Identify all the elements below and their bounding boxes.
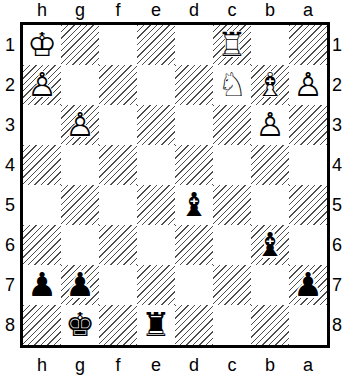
square-b1 [251,25,289,65]
square-h6 [23,225,61,265]
square-e8: ♜ [137,305,175,345]
square-f3 [99,105,137,145]
square-c1: ♜♖ [213,25,251,65]
file-label-c: c [213,1,251,22]
square-e3 [137,105,175,145]
file-label-f: f [99,1,137,22]
square-a1 [289,25,327,65]
square-e7 [137,265,175,305]
square-a6 [289,225,327,265]
square-c4 [213,145,251,185]
square-e2 [137,65,175,105]
file-label-h: h [23,1,61,22]
square-a5 [289,185,327,225]
file-label-h: h [23,356,61,374]
file-label-e: e [137,356,175,374]
square-b3: ♟♙ [251,105,289,145]
rank-label-6: 6 [330,225,344,265]
square-d5: ♝ [175,185,213,225]
square-a7: ♟ [289,265,327,305]
rank-label-5: 5 [330,185,344,225]
file-labels-bottom: hgfedcba [20,348,330,379]
square-c2: ♞♘ [213,65,251,105]
black-pawn-icon: ♟ [23,265,61,305]
square-h2: ♟♙ [23,65,61,105]
square-h7: ♟ [23,265,61,305]
square-e1 [137,25,175,65]
square-c7 [213,265,251,305]
file-labels-top: hgfedcba [20,0,330,22]
square-f2 [99,65,137,105]
square-b4 [251,145,289,185]
square-f1 [99,25,137,65]
square-g3: ♟♙ [61,105,99,145]
square-b8 [251,305,289,345]
rank-labels-left: 12345678 [0,22,20,348]
rank-labels-right: 12345678 [330,22,344,348]
square-c6 [213,225,251,265]
square-d3 [175,105,213,145]
white-king-icon: ♚♔ [23,25,61,65]
file-label-g: g [61,356,99,374]
square-b7 [251,265,289,305]
square-g2 [61,65,99,105]
square-a8 [289,305,327,345]
square-g8: ♚ [61,305,99,345]
white-pawn-icon: ♟♙ [23,65,61,105]
rank-label-3: 3 [330,105,344,145]
file-label-d: d [175,1,213,22]
square-c8 [213,305,251,345]
rank-label-7: 7 [330,265,344,305]
square-g7: ♟ [61,265,99,305]
square-e5 [137,185,175,225]
file-label-a: a [289,356,327,374]
white-bishop-icon: ♝♗ [251,65,289,105]
rank-label-2: 2 [330,65,344,105]
square-c5 [213,185,251,225]
square-g1 [61,25,99,65]
square-e4 [137,145,175,185]
square-a3 [289,105,327,145]
black-pawn-icon: ♟ [61,265,99,305]
rank-label-1: 1 [330,25,344,65]
square-d6 [175,225,213,265]
square-a2: ♟♙ [289,65,327,105]
rank-label-6: 6 [0,225,20,265]
black-bishop-icon: ♝ [251,225,289,265]
square-g5 [61,185,99,225]
square-c3 [213,105,251,145]
square-h1: ♚♔ [23,25,61,65]
file-label-b: b [251,356,289,374]
square-d7 [175,265,213,305]
rank-label-2: 2 [0,65,20,105]
square-b5 [251,185,289,225]
white-knight-icon: ♞♘ [213,65,251,105]
square-f7 [99,265,137,305]
black-pawn-icon: ♟ [289,265,327,305]
square-h8 [23,305,61,345]
white-pawn-icon: ♟♙ [289,65,327,105]
square-h5 [23,185,61,225]
square-b6: ♝ [251,225,289,265]
board: ♚♔♜♖♟♙♞♘♝♗♟♙♟♙♟♙♝♝♟♟♟♚♜ [20,22,330,348]
rank-label-3: 3 [0,105,20,145]
square-d4 [175,145,213,185]
black-king-icon: ♚ [61,305,99,345]
file-label-c: c [213,356,251,374]
file-label-b: b [251,1,289,22]
chess-diagram: hgfedcba 12345678 ♚♔♜♖♟♙♞♘♝♗♟♙♟♙♟♙♝♝♟♟♟♚… [0,0,344,379]
square-d1 [175,25,213,65]
rank-label-5: 5 [0,185,20,225]
black-rook-icon: ♜ [137,305,175,345]
square-d8 [175,305,213,345]
square-a4 [289,145,327,185]
file-label-g: g [61,1,99,22]
file-label-f: f [99,356,137,374]
square-d2 [175,65,213,105]
rank-label-1: 1 [0,25,20,65]
file-label-e: e [137,1,175,22]
rank-label-8: 8 [0,305,20,345]
square-g4 [61,145,99,185]
square-f5 [99,185,137,225]
rank-label-4: 4 [330,145,344,185]
square-f8 [99,305,137,345]
square-h3 [23,105,61,145]
rank-label-8: 8 [330,305,344,345]
square-g6 [61,225,99,265]
rank-label-7: 7 [0,265,20,305]
white-pawn-icon: ♟♙ [251,105,289,145]
square-f6 [99,225,137,265]
square-e6 [137,225,175,265]
file-label-a: a [289,1,327,22]
white-pawn-icon: ♟♙ [61,105,99,145]
square-f4 [99,145,137,185]
square-b2: ♝♗ [251,65,289,105]
square-h4 [23,145,61,185]
white-rook-icon: ♜♖ [213,25,251,65]
black-bishop-icon: ♝ [175,185,213,225]
rank-label-4: 4 [0,145,20,185]
file-label-d: d [175,356,213,374]
